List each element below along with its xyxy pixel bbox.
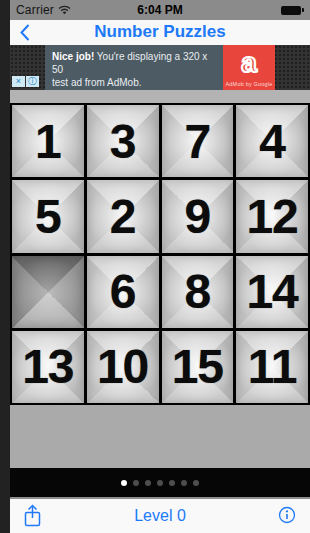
tile[interactable]: 11 <box>236 331 308 403</box>
tile[interactable]: 12 <box>236 180 308 252</box>
tile[interactable]: 3 <box>87 105 159 177</box>
ad-message: Nice job! You're displaying a 320 x 50te… <box>45 45 223 90</box>
tile[interactable]: 2 <box>87 180 159 252</box>
battery-icon <box>281 6 304 15</box>
wifi-icon <box>58 5 71 15</box>
ad-message-bold: Nice job! <box>52 51 94 62</box>
tile[interactable]: 8 <box>162 256 234 328</box>
page-control[interactable] <box>10 468 310 497</box>
page-dot[interactable] <box>169 480 175 486</box>
tile[interactable]: 14 <box>236 256 308 328</box>
tile[interactable]: 10 <box>87 331 159 403</box>
status-bar: 6:04 PM Carrier <box>10 0 310 20</box>
admob-banner[interactable]: Nice job! You're displaying a 320 x 50te… <box>10 45 310 90</box>
tile[interactable]: 9 <box>162 180 234 252</box>
tile[interactable]: 1 <box>12 105 84 177</box>
page-dot[interactable] <box>157 480 163 486</box>
page-dot[interactable] <box>181 480 187 486</box>
page-title: Number Puzzles <box>10 22 310 42</box>
tile[interactable]: 5 <box>12 180 84 252</box>
admob-logo: a AdMob by Google <box>223 45 275 90</box>
bottom-toolbar: Level 0 <box>10 497 310 533</box>
app-screen: 6:04 PM Carrier Number Puzzles Nice job!… <box>10 0 310 533</box>
info-button[interactable] <box>278 506 296 524</box>
empty-slot <box>12 256 84 328</box>
admob-a-glyph: a <box>241 48 257 76</box>
page-dot[interactable] <box>193 480 199 486</box>
ad-creative[interactable]: Nice job! You're displaying a 320 x 50te… <box>45 45 275 90</box>
spacer-strip <box>10 90 310 103</box>
page-dot[interactable] <box>121 480 127 486</box>
level-label: Level 0 <box>10 499 310 533</box>
navigation-bar: Number Puzzles <box>10 20 310 45</box>
ad-close-button[interactable]: × <box>12 76 25 87</box>
tile[interactable]: 6 <box>87 256 159 328</box>
clock: 6:04 PM <box>10 3 310 17</box>
puzzle-board: 1 3 7 4 5 2 9 12 6 8 14 13 10 15 11 <box>10 103 310 405</box>
lower-spacer <box>10 405 310 468</box>
tile[interactable]: 4 <box>236 105 308 177</box>
ad-message-line2: test ad from AdMob. <box>52 77 142 88</box>
tile[interactable]: 15 <box>162 331 234 403</box>
admob-caption: AdMob by Google <box>223 81 275 87</box>
carrier-label: Carrier <box>16 3 54 17</box>
ad-info-button[interactable]: ⓘ <box>26 76 39 87</box>
page-dot[interactable] <box>133 480 139 486</box>
page-dot[interactable] <box>145 480 151 486</box>
tile[interactable]: 7 <box>162 105 234 177</box>
tile[interactable]: 13 <box>12 331 84 403</box>
